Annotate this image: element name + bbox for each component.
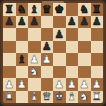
square-g6[interactable] [78, 28, 91, 41]
square-c8[interactable]: ♝ [28, 3, 41, 16]
piece-white-pawn-e2[interactable]: ♟ [54, 78, 64, 89]
square-a6[interactable] [3, 28, 16, 41]
piece-white-pawn-h2[interactable]: ♟ [92, 78, 102, 89]
square-d7[interactable] [41, 16, 54, 29]
square-d4[interactable]: ♟ [41, 53, 54, 66]
square-a4[interactable] [3, 53, 16, 66]
square-f7[interactable]: ♟ [66, 16, 79, 29]
square-c5[interactable] [28, 41, 41, 54]
square-b7[interactable]: ♟ [16, 16, 29, 29]
square-f8[interactable] [66, 3, 79, 16]
piece-black-rook-h8[interactable]: ♜ [92, 3, 102, 14]
square-e7[interactable] [53, 16, 66, 29]
square-d5[interactable]: ♟ [41, 41, 54, 54]
square-f6[interactable] [66, 28, 79, 41]
square-c1[interactable]: ♝ [28, 91, 41, 104]
piece-white-pawn-g2[interactable]: ♟ [79, 78, 89, 89]
square-c3[interactable]: ♞ [28, 66, 41, 79]
square-g7[interactable]: ♟ [78, 16, 91, 29]
square-a1[interactable]: ♜ [3, 91, 16, 104]
square-g2[interactable]: ♟ [78, 78, 91, 91]
piece-black-pawn-b7[interactable]: ♟ [17, 16, 27, 27]
square-g4[interactable] [78, 53, 91, 66]
piece-black-king-e8[interactable]: ♚ [54, 3, 64, 14]
square-f2[interactable]: ♟ [66, 78, 79, 91]
square-a7[interactable]: ♟ [3, 16, 16, 29]
square-f4[interactable] [66, 53, 79, 66]
piece-white-pawn-d4[interactable]: ♟ [42, 53, 52, 64]
piece-white-knight-g1[interactable]: ♞ [79, 91, 89, 102]
piece-white-king-e1[interactable]: ♚ [54, 91, 64, 102]
piece-black-queen-d8[interactable]: ♛ [42, 3, 52, 14]
square-e2[interactable]: ♟ [53, 78, 66, 91]
square-b5[interactable] [16, 41, 29, 54]
square-d1[interactable]: ♛ [41, 91, 54, 104]
square-g8[interactable]: ♞ [78, 3, 91, 16]
piece-black-pawn-g7[interactable]: ♟ [79, 16, 89, 27]
piece-white-pawn-b2[interactable]: ♟ [17, 78, 27, 89]
square-e8[interactable]: ♚ [53, 3, 66, 16]
piece-white-bishop-c1[interactable]: ♝ [29, 91, 39, 102]
square-b1[interactable] [16, 91, 29, 104]
square-e4[interactable] [53, 53, 66, 66]
square-b3[interactable] [16, 66, 29, 79]
square-h3[interactable] [91, 66, 104, 79]
square-b6[interactable] [16, 28, 29, 41]
square-a5[interactable] [3, 41, 16, 54]
square-a3[interactable] [3, 66, 16, 79]
piece-white-pawn-c4[interactable]: ♟ [29, 53, 39, 64]
chess-board-frame: ♜♞♝♛♚♞♜♟♟♟♟♟♟♟♟♝♟♟♞♟♟♟♟♟♟♜♝♛♚♝♞♜ [0, 0, 106, 106]
square-d8[interactable]: ♛ [41, 3, 54, 16]
square-g5[interactable] [78, 41, 91, 54]
piece-white-queen-d1[interactable]: ♛ [42, 91, 52, 102]
piece-black-pawn-a7[interactable]: ♟ [4, 16, 14, 27]
piece-white-knight-c3[interactable]: ♞ [29, 66, 39, 77]
square-c7[interactable]: ♟ [28, 16, 41, 29]
square-e6[interactable]: ♟ [53, 28, 66, 41]
piece-black-knight-b8[interactable]: ♞ [17, 3, 27, 14]
piece-white-pawn-a2[interactable]: ♟ [4, 78, 14, 89]
piece-black-bishop-b4[interactable]: ♝ [17, 53, 27, 64]
square-h7[interactable]: ♟ [91, 16, 104, 29]
piece-white-rook-h1[interactable]: ♜ [92, 91, 102, 102]
square-h4[interactable] [91, 53, 104, 66]
square-e3[interactable] [53, 66, 66, 79]
square-e1[interactable]: ♚ [53, 91, 66, 104]
square-c2[interactable] [28, 78, 41, 91]
piece-white-pawn-f2[interactable]: ♟ [67, 78, 77, 89]
piece-black-pawn-e6[interactable]: ♟ [54, 28, 64, 39]
piece-black-pawn-f7[interactable]: ♟ [67, 16, 77, 27]
square-a8[interactable]: ♜ [3, 3, 16, 16]
square-h1[interactable]: ♜ [91, 91, 104, 104]
square-a2[interactable]: ♟ [3, 78, 16, 91]
square-h8[interactable]: ♜ [91, 3, 104, 16]
square-f5[interactable] [66, 41, 79, 54]
square-e5[interactable] [53, 41, 66, 54]
square-h5[interactable] [91, 41, 104, 54]
piece-black-knight-g8[interactable]: ♞ [79, 3, 89, 14]
piece-black-rook-a8[interactable]: ♜ [4, 3, 14, 14]
board: ♜♞♝♛♚♞♜♟♟♟♟♟♟♟♟♝♟♟♞♟♟♟♟♟♟♜♝♛♚♝♞♜ [3, 3, 103, 103]
piece-black-pawn-h7[interactable]: ♟ [92, 16, 102, 27]
square-d3[interactable] [41, 66, 54, 79]
square-d6[interactable] [41, 28, 54, 41]
square-f1[interactable]: ♝ [66, 91, 79, 104]
square-c4[interactable]: ♟ [28, 53, 41, 66]
piece-black-pawn-c7[interactable]: ♟ [29, 16, 39, 27]
piece-white-rook-a1[interactable]: ♜ [4, 91, 14, 102]
square-g1[interactable]: ♞ [78, 91, 91, 104]
piece-white-bishop-f1[interactable]: ♝ [67, 91, 77, 102]
square-h6[interactable] [91, 28, 104, 41]
square-c6[interactable] [28, 28, 41, 41]
square-f3[interactable] [66, 66, 79, 79]
piece-black-pawn-d5[interactable]: ♟ [42, 41, 52, 52]
square-b4[interactable]: ♝ [16, 53, 29, 66]
piece-black-bishop-c8[interactable]: ♝ [29, 3, 39, 14]
square-b8[interactable]: ♞ [16, 3, 29, 16]
square-b2[interactable]: ♟ [16, 78, 29, 91]
square-d2[interactable] [41, 78, 54, 91]
square-h2[interactable]: ♟ [91, 78, 104, 91]
square-g3[interactable] [78, 66, 91, 79]
